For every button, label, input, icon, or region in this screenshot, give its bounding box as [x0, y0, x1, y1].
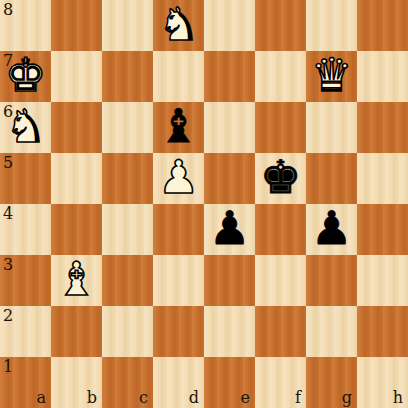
- square-g8[interactable]: [306, 0, 357, 51]
- square-h5[interactable]: [357, 153, 408, 204]
- square-b3[interactable]: ♝: [51, 255, 102, 306]
- square-c6[interactable]: [102, 102, 153, 153]
- square-c1[interactable]: c: [102, 357, 153, 408]
- square-f3[interactable]: [255, 255, 306, 306]
- square-e6[interactable]: [204, 102, 255, 153]
- square-d6[interactable]: ♝: [153, 102, 204, 153]
- square-d8[interactable]: ♞: [153, 0, 204, 51]
- square-e2[interactable]: [204, 306, 255, 357]
- square-a7[interactable]: 7♚: [0, 51, 51, 102]
- square-e8[interactable]: [204, 0, 255, 51]
- square-b7[interactable]: [51, 51, 102, 102]
- square-g1[interactable]: g: [306, 357, 357, 408]
- square-a6[interactable]: 6♞: [0, 102, 51, 153]
- file-label-g: g: [342, 390, 352, 406]
- square-g5[interactable]: [306, 153, 357, 204]
- square-e1[interactable]: e: [204, 357, 255, 408]
- square-a8[interactable]: 8: [0, 0, 51, 51]
- square-d1[interactable]: d: [153, 357, 204, 408]
- square-f6[interactable]: [255, 102, 306, 153]
- rank-label-4: 4: [3, 206, 13, 222]
- square-e5[interactable]: [204, 153, 255, 204]
- square-a1[interactable]: 1a: [0, 357, 51, 408]
- rank-label-1: 1: [3, 359, 13, 375]
- square-c2[interactable]: [102, 306, 153, 357]
- rank-label-8: 8: [3, 2, 13, 18]
- file-label-e: e: [241, 390, 250, 406]
- square-b5[interactable]: [51, 153, 102, 204]
- square-h8[interactable]: [357, 0, 408, 51]
- piece-black-bishop[interactable]: ♝: [158, 101, 199, 152]
- file-label-b: b: [87, 390, 97, 406]
- square-e7[interactable]: [204, 51, 255, 102]
- square-d7[interactable]: [153, 51, 204, 102]
- file-label-d: d: [189, 390, 199, 406]
- piece-black-pawn[interactable]: ♟: [209, 203, 250, 254]
- square-a2[interactable]: 2: [0, 306, 51, 357]
- square-g4[interactable]: ♟: [306, 204, 357, 255]
- square-d5[interactable]: ♟: [153, 153, 204, 204]
- piece-black-pawn[interactable]: ♟: [311, 203, 352, 254]
- square-f8[interactable]: [255, 0, 306, 51]
- square-g7[interactable]: ♛: [306, 51, 357, 102]
- piece-white-queen[interactable]: ♛: [311, 50, 352, 101]
- square-h3[interactable]: [357, 255, 408, 306]
- square-g6[interactable]: [306, 102, 357, 153]
- file-label-f: f: [295, 390, 301, 406]
- piece-white-knight[interactable]: ♞: [5, 101, 46, 152]
- square-b6[interactable]: [51, 102, 102, 153]
- square-e3[interactable]: [204, 255, 255, 306]
- rank-label-2: 2: [3, 308, 13, 324]
- square-h6[interactable]: [357, 102, 408, 153]
- square-f4[interactable]: [255, 204, 306, 255]
- piece-white-bishop[interactable]: ♝: [56, 254, 97, 305]
- square-c4[interactable]: [102, 204, 153, 255]
- square-f7[interactable]: [255, 51, 306, 102]
- square-h7[interactable]: [357, 51, 408, 102]
- square-a3[interactable]: 3: [0, 255, 51, 306]
- square-e4[interactable]: ♟: [204, 204, 255, 255]
- square-b2[interactable]: [51, 306, 102, 357]
- square-f2[interactable]: [255, 306, 306, 357]
- square-d2[interactable]: [153, 306, 204, 357]
- square-h4[interactable]: [357, 204, 408, 255]
- square-b4[interactable]: [51, 204, 102, 255]
- square-c5[interactable]: [102, 153, 153, 204]
- square-a5[interactable]: 5: [0, 153, 51, 204]
- square-g2[interactable]: [306, 306, 357, 357]
- square-h1[interactable]: h: [357, 357, 408, 408]
- square-c7[interactable]: [102, 51, 153, 102]
- square-d4[interactable]: [153, 204, 204, 255]
- file-label-h: h: [393, 390, 403, 406]
- square-f5[interactable]: ♚: [255, 153, 306, 204]
- square-h2[interactable]: [357, 306, 408, 357]
- piece-white-knight[interactable]: ♞: [158, 0, 199, 50]
- square-g3[interactable]: [306, 255, 357, 306]
- chess-board: 8♞7♚♛6♞♝5♟♚4♟♟3♝21abcdefgh: [0, 0, 408, 408]
- square-f1[interactable]: f: [255, 357, 306, 408]
- square-c3[interactable]: [102, 255, 153, 306]
- square-b8[interactable]: [51, 0, 102, 51]
- file-label-c: c: [139, 390, 148, 406]
- piece-white-king[interactable]: ♚: [5, 50, 46, 101]
- square-a4[interactable]: 4: [0, 204, 51, 255]
- rank-label-3: 3: [3, 257, 13, 273]
- square-c8[interactable]: [102, 0, 153, 51]
- square-d3[interactable]: [153, 255, 204, 306]
- file-label-a: a: [36, 390, 46, 406]
- piece-white-pawn[interactable]: ♟: [158, 152, 199, 203]
- square-b1[interactable]: b: [51, 357, 102, 408]
- rank-label-5: 5: [3, 155, 13, 171]
- piece-black-king[interactable]: ♚: [260, 152, 301, 203]
